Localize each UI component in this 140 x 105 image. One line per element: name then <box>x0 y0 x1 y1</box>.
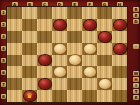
square-a5[interactable] <box>7 55 22 67</box>
white-player-label-char-4: E <box>133 95 139 100</box>
square-d1[interactable] <box>52 7 67 19</box>
square-g5[interactable] <box>97 55 112 67</box>
red-king-b8[interactable]: ♛ <box>24 91 36 101</box>
row-label-7: 7 <box>1 82 6 87</box>
square-e1[interactable] <box>67 7 82 19</box>
square-a8[interactable] <box>7 90 22 102</box>
row-label-cell: 6 <box>0 66 7 78</box>
right-panel-group-white: WHITE <box>133 71 139 101</box>
white-player-label-char-3: T <box>133 89 139 94</box>
col-label-d: D <box>57 2 63 7</box>
square-a2[interactable] <box>7 19 22 31</box>
square-b8[interactable]: ♛ <box>22 90 37 102</box>
white-man-g7[interactable] <box>99 79 111 89</box>
checkers-board: ♛ <box>7 7 127 102</box>
row-label-1: 1 <box>1 10 6 15</box>
square-g1[interactable] <box>97 7 112 19</box>
square-e3[interactable] <box>67 31 82 43</box>
square-b4[interactable] <box>22 43 37 55</box>
square-f8[interactable] <box>82 90 97 102</box>
square-f7[interactable] <box>82 78 97 90</box>
row-label-cell: 2 <box>0 19 7 31</box>
square-e2[interactable] <box>67 19 82 31</box>
square-f3[interactable] <box>82 31 97 43</box>
right-panel-group-red: RED <box>133 7 139 25</box>
white-man-e5[interactable] <box>69 55 81 65</box>
col-label-b: B <box>27 2 33 7</box>
square-c2[interactable] <box>37 19 52 31</box>
square-d2[interactable] <box>52 19 67 31</box>
red-player-label-char-1: E <box>133 13 139 18</box>
row-label-cell: 8 <box>0 90 7 102</box>
square-h6[interactable] <box>112 66 127 78</box>
col-label-a: A <box>12 2 18 7</box>
red-man-h4[interactable] <box>114 44 126 54</box>
square-a3[interactable] <box>7 31 22 43</box>
red-man-f2[interactable] <box>84 20 96 30</box>
right-panel-group-mid: · <box>133 44 139 50</box>
square-h3[interactable] <box>112 31 127 43</box>
square-c7[interactable] <box>37 78 52 90</box>
square-a7[interactable] <box>7 78 22 90</box>
square-f6[interactable] <box>82 66 97 78</box>
row-label-6: 6 <box>1 70 6 75</box>
square-h1[interactable] <box>112 7 127 19</box>
col-label-c: C <box>42 2 48 7</box>
checkers-app-window: ABCDEFGH 12345678 ♛ RED · WHITE <box>0 0 140 105</box>
square-f1[interactable] <box>82 7 97 19</box>
square-c1[interactable] <box>37 7 52 19</box>
square-f2[interactable] <box>82 19 97 31</box>
square-d5[interactable] <box>52 55 67 67</box>
square-c8[interactable] <box>37 90 52 102</box>
square-b6[interactable] <box>22 66 37 78</box>
square-g3[interactable] <box>97 31 112 43</box>
square-a6[interactable] <box>7 66 22 78</box>
row-label-cell: 1 <box>0 7 7 19</box>
square-a4[interactable] <box>7 43 22 55</box>
white-player-label-char-1: H <box>133 77 139 82</box>
row-label-4: 4 <box>1 46 6 51</box>
red-man-c7[interactable] <box>39 79 51 89</box>
row-label-3: 3 <box>1 34 6 39</box>
square-h7[interactable] <box>112 78 127 90</box>
square-d3[interactable] <box>52 31 67 43</box>
white-man-f4[interactable] <box>84 44 96 54</box>
square-a1[interactable] <box>7 7 22 19</box>
red-man-h2[interactable] <box>114 20 126 30</box>
square-g6[interactable] <box>97 66 112 78</box>
square-e7[interactable] <box>67 78 82 90</box>
square-b5[interactable] <box>22 55 37 67</box>
square-d6[interactable] <box>52 66 67 78</box>
red-man-d2[interactable] <box>54 20 66 30</box>
square-c6[interactable] <box>37 66 52 78</box>
square-b1[interactable] <box>22 7 37 19</box>
white-man-f6[interactable] <box>84 67 96 77</box>
square-e6[interactable] <box>67 66 82 78</box>
mid-marker-char-0: · <box>133 44 139 49</box>
square-e5[interactable] <box>67 55 82 67</box>
square-c5[interactable] <box>37 55 52 67</box>
square-g7[interactable] <box>97 78 112 90</box>
crown-icon: ♛ <box>26 92 32 101</box>
row-label-2: 2 <box>1 22 6 27</box>
white-man-d4[interactable] <box>54 44 66 54</box>
row-label-cell: 5 <box>0 55 7 67</box>
square-b7[interactable] <box>22 78 37 90</box>
row-label-cell: 4 <box>0 43 7 55</box>
square-h2[interactable] <box>112 19 127 31</box>
row-label-8: 8 <box>1 94 6 99</box>
square-b2[interactable] <box>22 19 37 31</box>
square-f5[interactable] <box>82 55 97 67</box>
row-labels: 12345678 <box>0 7 7 102</box>
square-h4[interactable] <box>112 43 127 55</box>
row-label-cell: 7 <box>0 78 7 90</box>
col-label-f: F <box>87 2 93 7</box>
row-label-5: 5 <box>1 58 6 63</box>
square-c4[interactable] <box>37 43 52 55</box>
square-e8[interactable] <box>67 90 82 102</box>
square-b3[interactable] <box>22 31 37 43</box>
col-label-g: G <box>102 2 108 7</box>
white-player-label-char-0: W <box>133 71 139 76</box>
square-g4[interactable] <box>97 43 112 55</box>
square-h5[interactable] <box>112 55 127 67</box>
col-label-h: H <box>117 2 123 7</box>
red-player-label-char-2: D <box>133 19 139 24</box>
white-player-label-char-2: I <box>133 83 139 88</box>
square-d4[interactable] <box>52 43 67 55</box>
red-man-c5[interactable] <box>39 55 51 65</box>
white-man-d6[interactable] <box>54 67 66 77</box>
square-c3[interactable] <box>37 31 52 43</box>
square-g2[interactable] <box>97 19 112 31</box>
row-label-cell: 3 <box>0 31 7 43</box>
red-player-label-char-0: R <box>133 7 139 12</box>
square-g8[interactable] <box>97 90 112 102</box>
square-d8[interactable] <box>52 90 67 102</box>
red-man-g3[interactable] <box>99 32 111 42</box>
square-e4[interactable] <box>67 43 82 55</box>
square-f4[interactable] <box>82 43 97 55</box>
square-h8[interactable] <box>112 90 127 102</box>
square-d7[interactable] <box>52 78 67 90</box>
col-label-e: E <box>72 2 78 7</box>
